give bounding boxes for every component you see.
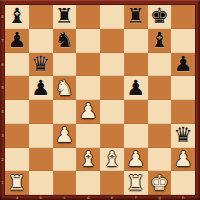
- square-g3[interactable]: [148, 124, 172, 148]
- square-d2[interactable]: ♝: [76, 148, 100, 172]
- piece-black-rook[interactable]: ♜: [55, 5, 74, 28]
- piece-black-rook[interactable]: ♜: [126, 5, 145, 28]
- square-f5[interactable]: ♟: [124, 76, 148, 100]
- square-g4[interactable]: [148, 100, 172, 124]
- square-h7[interactable]: [171, 29, 195, 53]
- square-h2[interactable]: ♟: [171, 148, 195, 172]
- square-b5[interactable]: ♟: [29, 76, 53, 100]
- chess-board: ♝♜♜♚♟♞♝♛♟♟♞♟♟♟♛♝♝♟♟♜♜♚: [5, 5, 195, 195]
- square-f3[interactable]: [124, 124, 148, 148]
- square-d1[interactable]: [76, 171, 100, 195]
- square-e2[interactable]: ♝: [100, 148, 124, 172]
- square-e1[interactable]: [100, 171, 124, 195]
- square-c2[interactable]: [53, 148, 77, 172]
- piece-black-pawn[interactable]: ♟: [126, 76, 145, 99]
- chessboard-app: ♝♜♜♚♟♞♝♛♟♟♞♟♟♟♛♝♝♟♟♜♜♚ 87654321 abcdefgh: [0, 0, 200, 200]
- square-g6[interactable]: [148, 53, 172, 77]
- square-h5[interactable]: [171, 76, 195, 100]
- square-b4[interactable]: [29, 100, 53, 124]
- file-label-f: f: [133, 196, 139, 200]
- square-e8[interactable]: [100, 5, 124, 29]
- rank-label-5: 5: [0, 86, 6, 90]
- square-h3[interactable]: ♛: [171, 124, 195, 148]
- piece-white-knight[interactable]: ♞: [55, 76, 74, 99]
- file-label-h: h: [180, 196, 186, 200]
- square-g2[interactable]: [148, 148, 172, 172]
- square-a4[interactable]: [5, 100, 29, 124]
- piece-white-pawn[interactable]: ♟: [126, 147, 145, 170]
- square-h8[interactable]: [171, 5, 195, 29]
- file-label-c: c: [62, 196, 68, 200]
- file-label-a: a: [14, 196, 20, 200]
- square-b1[interactable]: [29, 171, 53, 195]
- file-label-g: g: [157, 196, 163, 200]
- square-d4[interactable]: ♟: [76, 100, 100, 124]
- piece-black-king[interactable]: ♚: [150, 5, 169, 28]
- square-d6[interactable]: [76, 53, 100, 77]
- piece-white-pawn[interactable]: ♟: [55, 124, 74, 147]
- board-frame: ♝♜♜♚♟♞♝♛♟♟♞♟♟♟♛♝♝♟♟♜♜♚ 87654321 abcdefgh: [0, 0, 200, 200]
- piece-black-queen[interactable]: ♛: [174, 124, 193, 147]
- piece-black-bishop[interactable]: ♝: [150, 29, 169, 52]
- file-label-e: e: [109, 196, 115, 200]
- piece-black-knight[interactable]: ♞: [55, 29, 74, 52]
- square-e6[interactable]: [100, 53, 124, 77]
- square-d3[interactable]: [76, 124, 100, 148]
- piece-white-bishop[interactable]: ♝: [102, 147, 121, 170]
- square-e3[interactable]: [100, 124, 124, 148]
- file-label-b: b: [38, 196, 44, 200]
- square-f7[interactable]: [124, 29, 148, 53]
- rank-label-2: 2: [0, 158, 6, 162]
- square-g7[interactable]: ♝: [148, 29, 172, 53]
- rank-label-6: 6: [0, 63, 6, 67]
- square-g8[interactable]: ♚: [148, 5, 172, 29]
- piece-white-bishop[interactable]: ♝: [79, 147, 98, 170]
- square-g5[interactable]: [148, 76, 172, 100]
- square-b8[interactable]: [29, 5, 53, 29]
- piece-black-pawn[interactable]: ♟: [7, 29, 26, 52]
- square-a3[interactable]: [5, 124, 29, 148]
- rank-label-8: 8: [0, 15, 6, 19]
- square-a1[interactable]: ♜: [5, 171, 29, 195]
- square-f6[interactable]: [124, 53, 148, 77]
- piece-black-pawn[interactable]: ♟: [31, 76, 50, 99]
- square-a5[interactable]: [5, 76, 29, 100]
- square-c5[interactable]: ♞: [53, 76, 77, 100]
- square-c4[interactable]: [53, 100, 77, 124]
- piece-white-rook[interactable]: ♜: [126, 171, 145, 194]
- piece-white-rook[interactable]: ♜: [7, 171, 26, 194]
- square-c7[interactable]: ♞: [53, 29, 77, 53]
- square-a2[interactable]: [5, 148, 29, 172]
- square-c1[interactable]: [53, 171, 77, 195]
- square-b3[interactable]: [29, 124, 53, 148]
- square-f1[interactable]: ♜: [124, 171, 148, 195]
- piece-black-pawn[interactable]: ♟: [174, 52, 193, 75]
- square-f8[interactable]: ♜: [124, 5, 148, 29]
- square-a7[interactable]: ♟: [5, 29, 29, 53]
- piece-black-bishop[interactable]: ♝: [7, 5, 26, 28]
- square-h4[interactable]: [171, 100, 195, 124]
- square-d7[interactable]: [76, 29, 100, 53]
- piece-white-pawn[interactable]: ♟: [174, 147, 193, 170]
- square-c8[interactable]: ♜: [53, 5, 77, 29]
- square-g1[interactable]: ♚: [148, 171, 172, 195]
- square-f2[interactable]: ♟: [124, 148, 148, 172]
- square-b7[interactable]: [29, 29, 53, 53]
- square-d8[interactable]: [76, 5, 100, 29]
- square-h6[interactable]: ♟: [171, 53, 195, 77]
- square-b2[interactable]: [29, 148, 53, 172]
- square-b6[interactable]: ♛: [29, 53, 53, 77]
- piece-white-king[interactable]: ♚: [150, 171, 169, 194]
- rank-label-7: 7: [0, 39, 6, 43]
- square-e5[interactable]: [100, 76, 124, 100]
- square-c3[interactable]: ♟: [53, 124, 77, 148]
- rank-label-3: 3: [0, 134, 6, 138]
- square-h1[interactable]: [171, 171, 195, 195]
- square-f4[interactable]: [124, 100, 148, 124]
- square-c6[interactable]: [53, 53, 77, 77]
- rank-label-4: 4: [0, 110, 6, 114]
- rank-label-1: 1: [0, 181, 6, 185]
- square-e4[interactable]: [100, 100, 124, 124]
- square-a8[interactable]: ♝: [5, 5, 29, 29]
- piece-black-queen[interactable]: ♛: [31, 52, 50, 75]
- file-label-d: d: [85, 196, 91, 200]
- square-e7[interactable]: [100, 29, 124, 53]
- square-a6[interactable]: [5, 53, 29, 77]
- square-d5[interactable]: [76, 76, 100, 100]
- piece-white-pawn[interactable]: ♟: [79, 100, 98, 123]
